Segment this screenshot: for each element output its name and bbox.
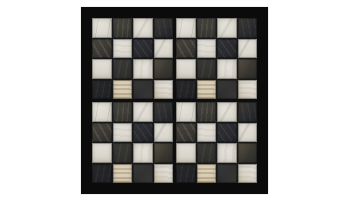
square-b5[interactable] xyxy=(113,80,133,100)
square-e6[interactable] xyxy=(176,59,196,79)
square-d7[interactable] xyxy=(154,39,174,59)
board-tile-2 xyxy=(176,18,257,99)
square-c8[interactable] xyxy=(133,18,153,38)
square-h7[interactable] xyxy=(238,39,258,59)
square-e1[interactable] xyxy=(176,164,196,184)
square-c7[interactable] xyxy=(133,39,153,59)
square-g1[interactable] xyxy=(217,164,237,184)
square-b6[interactable] xyxy=(113,59,133,79)
square-d6[interactable] xyxy=(154,59,174,79)
square-h6[interactable] xyxy=(238,59,258,79)
square-a2[interactable] xyxy=(92,143,112,163)
square-h1[interactable] xyxy=(238,164,258,184)
square-d8[interactable] xyxy=(154,18,174,38)
square-c2[interactable] xyxy=(133,143,153,163)
square-a3[interactable] xyxy=(92,123,112,143)
square-d3[interactable] xyxy=(154,123,174,143)
square-b1[interactable] xyxy=(113,164,133,184)
square-b4[interactable] xyxy=(113,102,133,122)
square-a1[interactable] xyxy=(92,164,112,184)
square-g4[interactable] xyxy=(217,102,237,122)
square-h8[interactable] xyxy=(238,18,258,38)
square-f6[interactable] xyxy=(197,59,217,79)
square-c1[interactable] xyxy=(133,164,153,184)
square-b8[interactable] xyxy=(113,18,133,38)
square-g2[interactable] xyxy=(217,143,237,163)
square-e5[interactable] xyxy=(176,80,196,100)
square-f8[interactable] xyxy=(197,18,217,38)
board-tile-3 xyxy=(92,102,173,183)
square-g3[interactable] xyxy=(217,123,237,143)
board-tile-4 xyxy=(176,102,257,183)
square-a4[interactable] xyxy=(92,102,112,122)
square-g6[interactable] xyxy=(217,59,237,79)
square-e8[interactable] xyxy=(176,18,196,38)
square-g8[interactable] xyxy=(217,18,237,38)
square-c3[interactable] xyxy=(133,123,153,143)
square-a5[interactable] xyxy=(92,80,112,100)
square-b7[interactable] xyxy=(113,39,133,59)
square-a8[interactable] xyxy=(92,18,112,38)
square-h4[interactable] xyxy=(238,102,258,122)
chessboard-frame xyxy=(81,7,268,194)
square-c4[interactable] xyxy=(133,102,153,122)
board-tile-1 xyxy=(92,18,173,99)
square-c6[interactable] xyxy=(133,59,153,79)
square-g7[interactable] xyxy=(217,39,237,59)
square-f2[interactable] xyxy=(197,143,217,163)
square-f1[interactable] xyxy=(197,164,217,184)
square-h5[interactable] xyxy=(238,80,258,100)
square-e2[interactable] xyxy=(176,143,196,163)
square-f7[interactable] xyxy=(197,39,217,59)
square-h3[interactable] xyxy=(238,123,258,143)
square-b2[interactable] xyxy=(113,143,133,163)
square-g5[interactable] xyxy=(217,80,237,100)
chessboard xyxy=(92,18,257,183)
square-f3[interactable] xyxy=(197,123,217,143)
square-a6[interactable] xyxy=(92,59,112,79)
square-d5[interactable] xyxy=(154,80,174,100)
square-e4[interactable] xyxy=(176,102,196,122)
square-d1[interactable] xyxy=(154,164,174,184)
square-d2[interactable] xyxy=(154,143,174,163)
square-f4[interactable] xyxy=(197,102,217,122)
square-f5[interactable] xyxy=(197,80,217,100)
square-d4[interactable] xyxy=(154,102,174,122)
square-c5[interactable] xyxy=(133,80,153,100)
square-h2[interactable] xyxy=(238,143,258,163)
square-a7[interactable] xyxy=(92,39,112,59)
page-background xyxy=(0,0,350,200)
square-b3[interactable] xyxy=(113,123,133,143)
square-e7[interactable] xyxy=(176,39,196,59)
square-e3[interactable] xyxy=(176,123,196,143)
